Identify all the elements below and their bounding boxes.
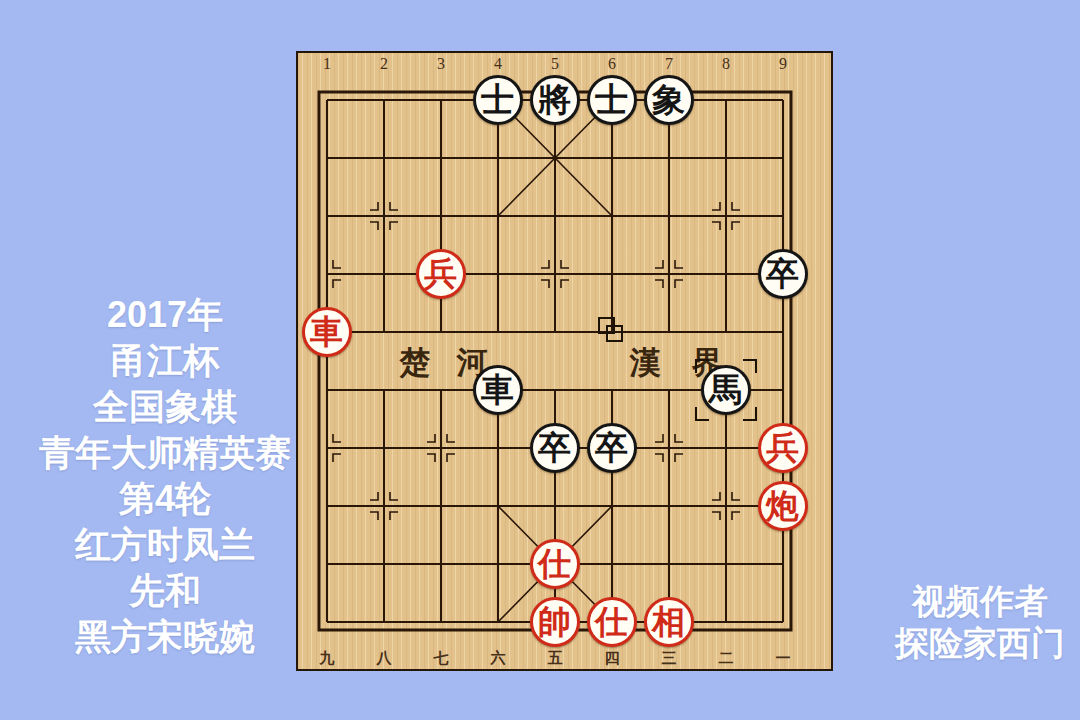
piece-red-f9r7[interactable]: 兵 (758, 423, 808, 473)
last-move-from-marker (596, 316, 628, 348)
piece-red-f5r10[interactable]: 帥 (530, 597, 580, 647)
file-label-bottom: 三 (659, 649, 679, 668)
caption-line-result: 先和 (0, 568, 330, 614)
caption-line-red-player: 红方时凤兰 (0, 522, 330, 568)
piece-black-f5r7[interactable]: 卒 (530, 423, 580, 473)
piece-red-f7r10[interactable]: 相 (644, 597, 694, 647)
piece-black-f8r6[interactable]: 馬 (701, 365, 751, 415)
xiangqi-board: 1 2 3 4 5 6 7 8 9 九 八 七 六 五 四 三 二 一 楚 河 … (296, 51, 833, 671)
caption-line-cup: 甬江杯 (0, 338, 330, 384)
file-label-bottom: 七 (431, 649, 451, 668)
file-label-bottom: 六 (488, 649, 508, 668)
caption-line-event: 全国象棋 (0, 384, 330, 430)
file-label-bottom: 八 (374, 649, 394, 668)
video-author-credit: 视频作者 探险家西门 (878, 580, 1080, 664)
caption-line-round: 第4轮 (0, 476, 330, 522)
piece-red-f3r4[interactable]: 兵 (416, 249, 466, 299)
credit-line-name: 探险家西门 (878, 622, 1080, 664)
piece-black-f6r1[interactable]: 士 (587, 75, 637, 125)
tournament-caption: 2017年 甬江杯 全国象棋 青年大师精英赛 第4轮 红方时凤兰 先和 黑方宋晓… (0, 292, 330, 660)
file-label-bottom: 九 (317, 649, 337, 668)
caption-line-year: 2017年 (0, 292, 330, 338)
piece-black-f6r7[interactable]: 卒 (587, 423, 637, 473)
piece-black-f4r6[interactable]: 車 (473, 365, 523, 415)
credit-line-label: 视频作者 (878, 580, 1080, 622)
piece-black-f4r1[interactable]: 士 (473, 75, 523, 125)
piece-red-f1r5[interactable]: 車 (302, 307, 352, 357)
piece-red-f5r9[interactable]: 仕 (530, 539, 580, 589)
file-label-bottom: 五 (545, 649, 565, 668)
caption-line-black-player: 黑方宋晓婉 (0, 614, 330, 660)
piece-red-f6r10[interactable]: 仕 (587, 597, 637, 647)
piece-black-f5r1[interactable]: 將 (530, 75, 580, 125)
caption-line-series: 青年大师精英赛 (0, 430, 330, 476)
piece-grid: 士將士象兵卒車車馬卒卒兵炮仕帥仕相 (298, 71, 811, 651)
piece-black-f7r1[interactable]: 象 (644, 75, 694, 125)
page-background: 2017年 甬江杯 全国象棋 青年大师精英赛 第4轮 红方时凤兰 先和 黑方宋晓… (0, 0, 1080, 720)
piece-black-f9r4[interactable]: 卒 (758, 249, 808, 299)
file-label-bottom: 二 (716, 649, 736, 668)
piece-red-f9r8[interactable]: 炮 (758, 481, 808, 531)
file-label-bottom: 四 (602, 649, 622, 668)
file-label-bottom: 一 (773, 649, 793, 668)
